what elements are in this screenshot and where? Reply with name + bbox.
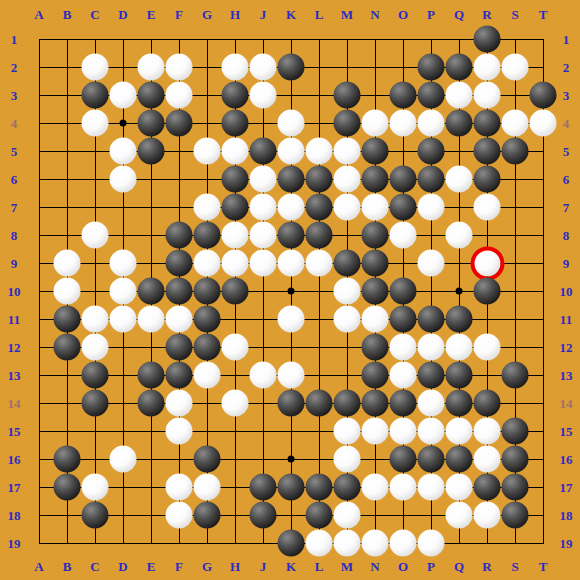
row-label-right-11: 11 (560, 313, 572, 326)
white-stone-f14 (166, 390, 193, 417)
black-stone-f13 (166, 362, 193, 389)
intersection-e11 (137, 305, 165, 333)
intersection-k8 (277, 221, 305, 249)
black-stone-n6 (362, 166, 389, 193)
intersection-p4 (417, 109, 445, 137)
white-stone-k5 (278, 138, 305, 165)
intersection-k17 (277, 473, 305, 501)
intersection-k2 (277, 53, 305, 81)
intersection-s4 (501, 109, 529, 137)
intersection-f9 (165, 249, 193, 277)
black-stone-g8 (194, 222, 221, 249)
intersection-j7 (249, 193, 277, 221)
row-label-left-4: 4 (11, 117, 18, 130)
intersection-n10 (361, 277, 389, 305)
intersection-r1 (473, 25, 501, 53)
col-label-bottom-n: N (370, 560, 379, 573)
white-stone-g13 (194, 362, 221, 389)
white-stone-p4 (418, 110, 445, 137)
black-stone-n12 (362, 334, 389, 361)
intersection-l18 (305, 501, 333, 529)
row-label-right-19: 19 (560, 537, 573, 550)
col-label-bottom-r: R (482, 560, 491, 573)
white-stone-m5 (334, 138, 361, 165)
white-stone-h8 (222, 222, 249, 249)
intersection-d10 (109, 277, 137, 305)
black-stone-o7 (390, 194, 417, 221)
white-stone-q15 (446, 418, 473, 445)
black-stone-q14 (446, 390, 473, 417)
intersection-m4 (333, 109, 361, 137)
intersection-g8 (193, 221, 221, 249)
white-stone-p9 (418, 250, 445, 277)
white-stone-d3 (110, 82, 137, 109)
intersection-r3 (473, 81, 501, 109)
black-stone-p5 (418, 138, 445, 165)
row-label-left-6: 6 (11, 173, 18, 186)
intersection-f15 (165, 417, 193, 445)
intersection-p13 (417, 361, 445, 389)
intersection-o10 (389, 277, 417, 305)
intersection-e4 (137, 109, 165, 137)
intersection-g5 (193, 137, 221, 165)
intersection-l17 (305, 473, 333, 501)
row-label-left-10: 10 (8, 285, 21, 298)
intersection-q17 (445, 473, 473, 501)
intersection-n11 (361, 305, 389, 333)
intersection-o19 (389, 529, 417, 557)
white-stone-d11 (110, 306, 137, 333)
black-stone-m3 (334, 82, 361, 109)
intersection-o3 (389, 81, 417, 109)
col-label-bottom-s: S (511, 560, 518, 573)
white-stone-n15 (362, 418, 389, 445)
intersection-d11 (109, 305, 137, 333)
intersection-d6 (109, 165, 137, 193)
intersection-p16 (417, 445, 445, 473)
white-stone-q3 (446, 82, 473, 109)
white-stone-p12 (418, 334, 445, 361)
go-board: AABBCCDDEEFFGGHHJJKKLLMMNNOOPPQQRRSSTT11… (0, 0, 580, 580)
black-stone-e4 (138, 110, 165, 137)
white-stone-j13 (250, 362, 277, 389)
intersection-d9 (109, 249, 137, 277)
row-label-right-10: 10 (560, 285, 573, 298)
intersection-p5 (417, 137, 445, 165)
intersection-k4 (277, 109, 305, 137)
intersection-k14 (277, 389, 305, 417)
white-stone-q18 (446, 502, 473, 529)
black-stone-h4 (222, 110, 249, 137)
white-stone-m18 (334, 502, 361, 529)
intersection-h14 (221, 389, 249, 417)
intersection-h12 (221, 333, 249, 361)
col-label-bottom-q: Q (454, 560, 464, 573)
intersection-f13 (165, 361, 193, 389)
black-stone-n14 (362, 390, 389, 417)
black-stone-c13 (82, 362, 109, 389)
col-label-bottom-l: L (315, 560, 324, 573)
intersection-p2 (417, 53, 445, 81)
black-stone-g18 (194, 502, 221, 529)
row-label-right-9: 9 (563, 257, 570, 270)
row-label-left-3: 3 (11, 89, 18, 102)
intersection-r15 (473, 417, 501, 445)
white-stone-r18 (474, 502, 501, 529)
intersection-s18 (501, 501, 529, 529)
intersection-n7 (361, 193, 389, 221)
col-label-top-p: P (427, 8, 435, 21)
intersection-r9 (473, 249, 501, 277)
black-stone-b12 (54, 334, 81, 361)
intersection-r7 (473, 193, 501, 221)
black-stone-c3 (82, 82, 109, 109)
white-stone-n17 (362, 474, 389, 501)
black-stone-o11 (390, 306, 417, 333)
intersection-l9 (305, 249, 333, 277)
row-label-right-5: 5 (563, 145, 570, 158)
col-label-top-d: D (118, 8, 127, 21)
black-stone-h10 (222, 278, 249, 305)
white-stone-f3 (166, 82, 193, 109)
black-stone-n5 (362, 138, 389, 165)
intersection-d3 (109, 81, 137, 109)
intersection-c4 (81, 109, 109, 137)
intersection-f3 (165, 81, 193, 109)
col-label-top-l: L (315, 8, 324, 21)
white-stone-r12 (474, 334, 501, 361)
black-stone-k19 (278, 530, 305, 557)
white-stone-s2 (502, 54, 529, 81)
intersection-d5 (109, 137, 137, 165)
white-stone-f11 (166, 306, 193, 333)
black-stone-p2 (418, 54, 445, 81)
white-stone-n7 (362, 194, 389, 221)
black-stone-r1 (474, 26, 501, 53)
intersection-r12 (473, 333, 501, 361)
intersection-k7 (277, 193, 305, 221)
white-stone-b9 (54, 250, 81, 277)
intersection-f18 (165, 501, 193, 529)
white-stone-o19 (390, 530, 417, 557)
intersection-j3 (249, 81, 277, 109)
last-move-marker (470, 246, 504, 280)
black-stone-c14 (82, 390, 109, 417)
intersection-j2 (249, 53, 277, 81)
intersection-k5 (277, 137, 305, 165)
intersection-b10 (53, 277, 81, 305)
intersection-g18 (193, 501, 221, 529)
intersection-o8 (389, 221, 417, 249)
intersection-n19 (361, 529, 389, 557)
row-label-right-1: 1 (563, 33, 570, 46)
row-label-right-3: 3 (563, 89, 570, 102)
intersection-q13 (445, 361, 473, 389)
intersection-p17 (417, 473, 445, 501)
row-label-right-18: 18 (560, 509, 573, 522)
black-stone-p3 (418, 82, 445, 109)
star-point-d4 (109, 109, 137, 137)
white-stone-h9 (222, 250, 249, 277)
black-stone-p6 (418, 166, 445, 193)
white-stone-g5 (194, 138, 221, 165)
white-stone-r7 (474, 194, 501, 221)
black-stone-p16 (418, 446, 445, 473)
white-stone-n4 (362, 110, 389, 137)
intersection-m5 (333, 137, 361, 165)
intersection-e3 (137, 81, 165, 109)
intersection-p11 (417, 305, 445, 333)
col-label-top-m: M (341, 8, 353, 21)
black-stone-s15 (502, 418, 529, 445)
black-stone-l7 (306, 194, 333, 221)
black-stone-m14 (334, 390, 361, 417)
intersection-n17 (361, 473, 389, 501)
row-label-left-15: 15 (8, 425, 21, 438)
col-label-bottom-h: H (230, 560, 240, 573)
col-label-top-c: C (90, 8, 99, 21)
intersection-h7 (221, 193, 249, 221)
intersection-g10 (193, 277, 221, 305)
white-stone-p17 (418, 474, 445, 501)
intersection-l5 (305, 137, 333, 165)
black-stone-q2 (446, 54, 473, 81)
intersection-s2 (501, 53, 529, 81)
black-stone-n9 (362, 250, 389, 277)
row-label-left-9: 9 (11, 257, 18, 270)
black-stone-c18 (82, 502, 109, 529)
intersection-c18 (81, 501, 109, 529)
black-stone-o6 (390, 166, 417, 193)
row-label-right-17: 17 (560, 481, 573, 494)
white-stone-o8 (390, 222, 417, 249)
black-stone-r17 (474, 474, 501, 501)
black-stone-p11 (418, 306, 445, 333)
white-stone-k13 (278, 362, 305, 389)
white-stone-g7 (194, 194, 221, 221)
row-label-left-13: 13 (8, 369, 21, 382)
white-stone-f15 (166, 418, 193, 445)
intersection-m15 (333, 417, 361, 445)
white-stone-g9 (194, 250, 221, 277)
intersection-p6 (417, 165, 445, 193)
black-stone-g10 (194, 278, 221, 305)
intersection-g7 (193, 193, 221, 221)
col-label-bottom-j: J (260, 560, 267, 573)
intersection-m7 (333, 193, 361, 221)
intersection-o13 (389, 361, 417, 389)
row-label-right-14: 14 (560, 397, 573, 410)
white-stone-o4 (390, 110, 417, 137)
intersection-h2 (221, 53, 249, 81)
col-label-top-h: H (230, 8, 240, 21)
col-label-bottom-a: A (34, 560, 43, 573)
black-stone-m9 (334, 250, 361, 277)
black-stone-k14 (278, 390, 305, 417)
white-stone-c8 (82, 222, 109, 249)
white-stone-j3 (250, 82, 277, 109)
intersection-l8 (305, 221, 333, 249)
col-label-top-f: F (175, 8, 183, 21)
col-label-bottom-p: P (427, 560, 435, 573)
black-stone-l18 (306, 502, 333, 529)
white-stone-j6 (250, 166, 277, 193)
col-label-bottom-k: K (286, 560, 296, 573)
black-stone-r4 (474, 110, 501, 137)
black-stone-s17 (502, 474, 529, 501)
black-stone-k17 (278, 474, 305, 501)
black-stone-h6 (222, 166, 249, 193)
black-stone-f10 (166, 278, 193, 305)
col-label-top-j: J (260, 8, 267, 21)
white-stone-m16 (334, 446, 361, 473)
black-stone-k6 (278, 166, 305, 193)
black-stone-e5 (138, 138, 165, 165)
intersection-k19 (277, 529, 305, 557)
black-stone-f8 (166, 222, 193, 249)
col-label-top-e: E (147, 8, 156, 21)
black-stone-p13 (418, 362, 445, 389)
intersection-n5 (361, 137, 389, 165)
black-stone-n10 (362, 278, 389, 305)
col-label-bottom-t: T (539, 560, 548, 573)
white-stone-q8 (446, 222, 473, 249)
black-stone-n13 (362, 362, 389, 389)
star-point-dot (120, 120, 127, 127)
white-stone-h2 (222, 54, 249, 81)
white-stone-q17 (446, 474, 473, 501)
col-label-top-b: B (63, 8, 72, 21)
intersection-m9 (333, 249, 361, 277)
intersection-n4 (361, 109, 389, 137)
row-label-left-12: 12 (8, 341, 21, 354)
black-stone-q4 (446, 110, 473, 137)
intersection-r17 (473, 473, 501, 501)
white-stone-m19 (334, 530, 361, 557)
white-stone-g17 (194, 474, 221, 501)
col-label-bottom-m: M (341, 560, 353, 573)
white-stone-p14 (418, 390, 445, 417)
intersection-r16 (473, 445, 501, 473)
intersection-m11 (333, 305, 361, 333)
go-board-grid[interactable] (25, 25, 557, 557)
black-stone-e10 (138, 278, 165, 305)
intersection-o14 (389, 389, 417, 417)
white-stone-o13 (390, 362, 417, 389)
white-stone-m10 (334, 278, 361, 305)
white-stone-r3 (474, 82, 501, 109)
intersection-p7 (417, 193, 445, 221)
intersection-l14 (305, 389, 333, 417)
intersection-b17 (53, 473, 81, 501)
intersection-c14 (81, 389, 109, 417)
intersection-c3 (81, 81, 109, 109)
white-stone-r16 (474, 446, 501, 473)
row-label-left-8: 8 (11, 229, 18, 242)
intersection-n13 (361, 361, 389, 389)
col-label-bottom-b: B (63, 560, 72, 573)
intersection-s5 (501, 137, 529, 165)
black-stone-j17 (250, 474, 277, 501)
white-stone-r15 (474, 418, 501, 445)
intersection-s16 (501, 445, 529, 473)
intersection-e13 (137, 361, 165, 389)
intersection-t4 (529, 109, 557, 137)
white-stone-j9 (250, 250, 277, 277)
intersection-r14 (473, 389, 501, 417)
intersection-q15 (445, 417, 473, 445)
white-stone-k4 (278, 110, 305, 137)
white-stone-h5 (222, 138, 249, 165)
white-stone-o12 (390, 334, 417, 361)
intersection-e14 (137, 389, 165, 417)
black-stone-s5 (502, 138, 529, 165)
intersection-b11 (53, 305, 81, 333)
black-stone-l8 (306, 222, 333, 249)
black-stone-f9 (166, 250, 193, 277)
intersection-l7 (305, 193, 333, 221)
intersection-j18 (249, 501, 277, 529)
intersection-c17 (81, 473, 109, 501)
white-stone-k7 (278, 194, 305, 221)
intersection-c8 (81, 221, 109, 249)
black-stone-o14 (390, 390, 417, 417)
intersection-q16 (445, 445, 473, 473)
white-stone-n11 (362, 306, 389, 333)
white-stone-h14 (222, 390, 249, 417)
white-stone-b10 (54, 278, 81, 305)
white-stone-c2 (82, 54, 109, 81)
intersection-d16 (109, 445, 137, 473)
intersection-q6 (445, 165, 473, 193)
intersection-q3 (445, 81, 473, 109)
black-stone-l17 (306, 474, 333, 501)
black-stone-r5 (474, 138, 501, 165)
black-stone-s13 (502, 362, 529, 389)
row-label-right-13: 13 (560, 369, 573, 382)
intersection-h9 (221, 249, 249, 277)
star-point-k10 (277, 277, 305, 305)
intersection-r2 (473, 53, 501, 81)
black-stone-j18 (250, 502, 277, 529)
white-stone-m7 (334, 194, 361, 221)
intersection-r10 (473, 277, 501, 305)
intersection-p12 (417, 333, 445, 361)
row-label-left-7: 7 (11, 201, 18, 214)
white-stone-r9 (474, 250, 501, 277)
black-stone-q11 (446, 306, 473, 333)
col-label-top-t: T (539, 8, 548, 21)
intersection-f12 (165, 333, 193, 361)
white-stone-c12 (82, 334, 109, 361)
row-label-right-6: 6 (563, 173, 570, 186)
intersection-p19 (417, 529, 445, 557)
intersection-f17 (165, 473, 193, 501)
intersection-g9 (193, 249, 221, 277)
intersection-h8 (221, 221, 249, 249)
row-label-left-19: 19 (8, 537, 21, 550)
intersection-k11 (277, 305, 305, 333)
white-stone-j7 (250, 194, 277, 221)
intersection-j8 (249, 221, 277, 249)
row-label-left-18: 18 (8, 509, 21, 522)
black-stone-f4 (166, 110, 193, 137)
intersection-m19 (333, 529, 361, 557)
row-label-left-17: 17 (8, 481, 21, 494)
white-stone-d10 (110, 278, 137, 305)
intersection-f11 (165, 305, 193, 333)
black-stone-s16 (502, 446, 529, 473)
